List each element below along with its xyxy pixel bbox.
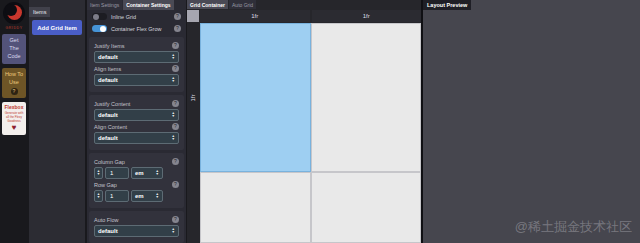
add-grid-item-button[interactable]: Add Grid Item: [32, 20, 82, 35]
layout-preview-panel: Layout Preview @稀土掘金技术社区: [421, 0, 640, 243]
inline-grid-label: Inline Grid: [111, 14, 174, 20]
flexbox-ad-subtitle: Generate with all the Flexy Goodness: [3, 111, 25, 123]
justify-items-select[interactable]: default ▲▼: [94, 51, 179, 63]
settings-tabs: Item Settings Container Settings: [87, 0, 186, 10]
watermark-text: @稀土掘金技术社区: [515, 218, 632, 236]
align-items-select[interactable]: default ▲▼: [94, 74, 179, 86]
column-header-2[interactable]: 1fr: [312, 10, 422, 22]
inline-grid-toggle[interactable]: [92, 13, 107, 20]
column-gap-value-input[interactable]: 1: [105, 167, 129, 179]
settings-panel: Item Settings Container Settings Inline …: [87, 0, 186, 243]
items-alignment-card: Justify Items ? default ▲▼ Align Items ?…: [89, 37, 184, 92]
container-flex-grow-toggle[interactable]: [92, 25, 107, 32]
items-panel: Items Add Grid Item: [29, 0, 85, 243]
grid-cells: [200, 23, 421, 243]
grid-cell-r1c2[interactable]: [311, 23, 422, 172]
row-gap-unit-select[interactable]: em ▲▼: [131, 190, 163, 202]
updown-icon: ▲▼: [172, 54, 175, 61]
help-icon[interactable]: ?: [172, 42, 179, 49]
column-gap-stepper: ▲▼ 1 em ▲▼: [94, 167, 179, 179]
tab-grid-container[interactable]: Grid Container: [187, 0, 228, 9]
help-icon[interactable]: ?: [172, 158, 179, 165]
brand-rail: GRIDDY Get The Code How To Use ? Flexbox…: [0, 0, 28, 243]
auto-flow-label: Auto Flow: [94, 217, 172, 223]
column-header-1[interactable]: 1fr: [200, 10, 310, 22]
updown-icon: ▲▼: [156, 170, 159, 177]
items-tab[interactable]: Items: [29, 7, 50, 17]
help-icon[interactable]: ?: [172, 123, 179, 130]
tab-item-settings[interactable]: Item Settings: [87, 0, 122, 10]
grid-cell-r2c1[interactable]: [200, 172, 311, 243]
question-icon: ?: [11, 88, 18, 95]
stepper-arrows-icon[interactable]: ▲▼: [94, 190, 103, 202]
grid-cell-r2c2[interactable]: [311, 172, 422, 243]
flexbox-ad-title: Flexbox: [3, 104, 25, 110]
updown-icon: ▲▼: [172, 112, 175, 119]
grid-preview-panel: Grid Container Auto Grid 1fr 1fr 1fr: [187, 0, 421, 243]
justify-content-select[interactable]: default ▲▼: [94, 109, 179, 121]
align-content-select[interactable]: default ▲▼: [94, 132, 179, 144]
help-icon[interactable]: ?: [172, 65, 179, 72]
row-gap-stepper: ▲▼ 1 em ▲▼: [94, 190, 179, 202]
align-items-label: Align Items: [94, 66, 172, 72]
gap-card: Column Gap ? ▲▼ 1 em ▲▼ Row Gap ? ▲▼ 1 e…: [89, 153, 184, 208]
justify-items-label: Justify Items: [94, 43, 172, 49]
container-flex-grow-label: Container Flex Grow: [111, 26, 174, 32]
justify-content-label: Justify Content: [94, 101, 172, 107]
griddy-logo-icon: [3, 2, 25, 24]
inline-grid-row: Inline Grid ?: [87, 10, 186, 22]
flexbox-generator-ad[interactable]: Flexbox Generate with all the Flexy Good…: [2, 102, 26, 135]
help-icon[interactable]: ?: [172, 100, 179, 107]
updown-icon: ▲▼: [172, 77, 175, 84]
tab-container-settings[interactable]: Container Settings: [123, 0, 173, 10]
stepper-arrows-icon[interactable]: ▲▼: [94, 167, 103, 179]
help-icon[interactable]: ?: [172, 181, 179, 188]
tab-layout-preview[interactable]: Layout Preview: [423, 0, 471, 10]
column-gap-unit-select[interactable]: em ▲▼: [131, 167, 163, 179]
logo-text: GRIDDY: [5, 26, 22, 30]
row-gap-label: Row Gap: [94, 182, 172, 188]
help-icon[interactable]: ?: [174, 25, 181, 32]
row-headers: 1fr: [187, 23, 199, 243]
auto-flow-card: Auto Flow ? default ▲▼: [89, 211, 184, 243]
heart-icon: ♥: [3, 124, 25, 132]
grid-corner: [187, 10, 199, 22]
tab-auto-grid[interactable]: Auto Grid: [229, 0, 256, 9]
row-gap-value-input[interactable]: 1: [105, 190, 129, 202]
grid-cell-r1c1-selected[interactable]: [200, 23, 311, 172]
column-headers: 1fr 1fr: [200, 10, 421, 22]
how-to-use-label: How To Use: [5, 71, 23, 85]
auto-flow-select[interactable]: default ▲▼: [94, 225, 179, 237]
updown-icon: ▲▼: [172, 228, 175, 235]
content-alignment-card: Justify Content ? default ▲▼ Align Conte…: [89, 95, 184, 150]
get-the-code-button[interactable]: Get The Code: [2, 34, 26, 64]
how-to-use-button[interactable]: How To Use ?: [2, 68, 26, 98]
row-header-1[interactable]: 1fr: [187, 23, 199, 172]
grid-tabs: Grid Container Auto Grid: [187, 0, 421, 9]
column-gap-label: Column Gap: [94, 159, 172, 165]
app-window: GRIDDY Get The Code How To Use ? Flexbox…: [0, 0, 640, 243]
help-icon[interactable]: ?: [174, 13, 181, 20]
help-icon[interactable]: ?: [172, 216, 179, 223]
updown-icon: ▲▼: [156, 193, 159, 200]
container-flex-grow-row: Container Flex Grow ?: [87, 22, 186, 34]
align-content-label: Align Content: [94, 124, 172, 130]
updown-icon: ▲▼: [172, 135, 175, 142]
